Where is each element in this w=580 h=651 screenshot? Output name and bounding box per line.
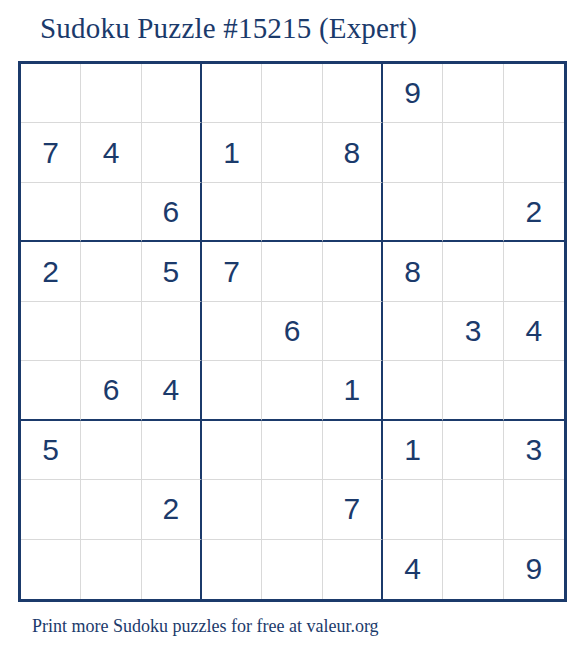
sudoku-cell-r8c7 [383, 480, 443, 539]
sudoku-cell-r5c1 [21, 302, 81, 361]
sudoku-cell-r7c9: 3 [504, 421, 564, 480]
sudoku-cell-r1c5 [262, 64, 322, 123]
sudoku-cell-r5c7 [383, 302, 443, 361]
sudoku-cell-r6c6: 1 [323, 361, 383, 420]
sudoku-cell-r5c9: 4 [504, 302, 564, 361]
sudoku-cell-r7c1: 5 [21, 421, 81, 480]
sudoku-cell-r6c3: 4 [142, 361, 202, 420]
sudoku-cell-r5c6 [323, 302, 383, 361]
sudoku-cell-r4c9 [504, 242, 564, 301]
sudoku-cell-r1c4 [202, 64, 262, 123]
sudoku-cell-r8c5 [262, 480, 322, 539]
sudoku-cell-r3c8 [443, 183, 503, 242]
sudoku-cell-r8c4 [202, 480, 262, 539]
sudoku-cell-r2c4: 1 [202, 123, 262, 182]
sudoku-cell-r3c4 [202, 183, 262, 242]
sudoku-cell-r8c9 [504, 480, 564, 539]
sudoku-cell-r6c7 [383, 361, 443, 420]
sudoku-cell-r9c7: 4 [383, 540, 443, 599]
sudoku-cell-r3c6 [323, 183, 383, 242]
sudoku-cell-r1c7: 9 [383, 64, 443, 123]
sudoku-cell-r6c8 [443, 361, 503, 420]
sudoku-cell-r6c9 [504, 361, 564, 420]
sudoku-cell-r9c9: 9 [504, 540, 564, 599]
sudoku-cell-r2c7 [383, 123, 443, 182]
sudoku-cell-r5c2 [81, 302, 141, 361]
sudoku-cell-r6c4 [202, 361, 262, 420]
sudoku-cell-r1c1 [21, 64, 81, 123]
sudoku-cell-r1c8 [443, 64, 503, 123]
sudoku-cell-r8c1 [21, 480, 81, 539]
sudoku-cell-r9c6 [323, 540, 383, 599]
sudoku-cell-r7c6 [323, 421, 383, 480]
sudoku-cell-r5c8: 3 [443, 302, 503, 361]
sudoku-cell-r2c5 [262, 123, 322, 182]
sudoku-cell-r7c4 [202, 421, 262, 480]
sudoku-cell-r7c3 [142, 421, 202, 480]
sudoku-cell-r3c3: 6 [142, 183, 202, 242]
sudoku-cell-r6c1 [21, 361, 81, 420]
sudoku-cell-r3c7 [383, 183, 443, 242]
sudoku-cell-r2c1: 7 [21, 123, 81, 182]
sudoku-cell-r9c5 [262, 540, 322, 599]
sudoku-cell-r1c9 [504, 64, 564, 123]
sudoku-cell-r7c5 [262, 421, 322, 480]
sudoku-cell-r4c2 [81, 242, 141, 301]
sudoku-cell-r7c2 [81, 421, 141, 480]
sudoku-cell-r1c6 [323, 64, 383, 123]
sudoku-cell-r3c5 [262, 183, 322, 242]
sudoku-cell-r8c6: 7 [323, 480, 383, 539]
footer-text: Print more Sudoku puzzles for free at va… [32, 616, 379, 637]
sudoku-cell-r2c2: 4 [81, 123, 141, 182]
sudoku-cell-r9c2 [81, 540, 141, 599]
sudoku-cell-r9c4 [202, 540, 262, 599]
sudoku-board: 974186225786346415132749 [18, 61, 567, 602]
sudoku-cell-r1c2 [81, 64, 141, 123]
sudoku-cell-r4c4: 7 [202, 242, 262, 301]
sudoku-cell-r4c3: 5 [142, 242, 202, 301]
sudoku-cell-r4c6 [323, 242, 383, 301]
sudoku-cell-r4c5 [262, 242, 322, 301]
sudoku-cell-r2c6: 8 [323, 123, 383, 182]
sudoku-cell-r6c5 [262, 361, 322, 420]
sudoku-cell-r4c1: 2 [21, 242, 81, 301]
sudoku-cell-r7c7: 1 [383, 421, 443, 480]
sudoku-cell-r3c9: 2 [504, 183, 564, 242]
sudoku-cell-r3c2 [81, 183, 141, 242]
sudoku-cell-r3c1 [21, 183, 81, 242]
page-title: Sudoku Puzzle #15215 (Expert) [40, 12, 417, 45]
sudoku-cell-r8c2 [81, 480, 141, 539]
sudoku-cell-r2c3 [142, 123, 202, 182]
sudoku-cell-r6c2: 6 [81, 361, 141, 420]
sudoku-cell-r2c9 [504, 123, 564, 182]
sudoku-cell-r5c4 [202, 302, 262, 361]
sudoku-cell-r9c1 [21, 540, 81, 599]
sudoku-cell-r1c3 [142, 64, 202, 123]
sudoku-cell-r5c5: 6 [262, 302, 322, 361]
sudoku-cell-r8c3: 2 [142, 480, 202, 539]
sudoku-cell-r9c8 [443, 540, 503, 599]
sudoku-cell-r5c3 [142, 302, 202, 361]
sudoku-cell-r7c8 [443, 421, 503, 480]
sudoku-cell-r8c8 [443, 480, 503, 539]
sudoku-cell-r9c3 [142, 540, 202, 599]
sudoku-cell-r4c7: 8 [383, 242, 443, 301]
sudoku-cell-r2c8 [443, 123, 503, 182]
page: Sudoku Puzzle #15215 (Expert) 9741862257… [0, 0, 580, 651]
sudoku-cell-r4c8 [443, 242, 503, 301]
